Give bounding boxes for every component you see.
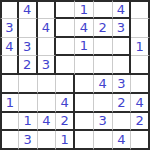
given-digit-r1c5[interactable]: 1 — [75, 0, 94, 19]
given-digit-r3c2[interactable]: 3 — [19, 38, 38, 57]
cell-r5c2[interactable] — [19, 75, 38, 94]
sudoku-board: 4143442343112343142414232314 — [0, 0, 150, 150]
cell-r4c7[interactable] — [113, 56, 132, 75]
given-digit-r2c7[interactable]: 3 — [113, 19, 132, 38]
cell-r4c5[interactable] — [75, 56, 94, 75]
cell-r5c8[interactable] — [131, 75, 150, 94]
cell-r6c2[interactable] — [19, 94, 38, 113]
cell-r3c3[interactable] — [38, 38, 57, 57]
cell-r5c1[interactable] — [0, 75, 19, 94]
cell-r4c8[interactable] — [131, 56, 150, 75]
given-digit-r1c7[interactable]: 4 — [113, 0, 132, 19]
given-digit-r2c1[interactable]: 3 — [0, 19, 19, 38]
given-digit-r3c8[interactable]: 1 — [131, 38, 150, 57]
cell-r3c4[interactable] — [56, 38, 75, 57]
cell-r7c5[interactable] — [75, 113, 94, 132]
cell-r8c6[interactable] — [94, 131, 113, 150]
cell-r5c3[interactable] — [38, 75, 57, 94]
given-digit-r4c3[interactable]: 3 — [38, 56, 57, 75]
cell-r8c8[interactable] — [131, 131, 150, 150]
given-digit-r6c7[interactable]: 2 — [113, 94, 132, 113]
given-digit-r7c3[interactable]: 4 — [38, 113, 57, 132]
cell-r4c1[interactable] — [0, 56, 19, 75]
given-digit-r3c1[interactable]: 4 — [0, 38, 19, 57]
cell-r6c5[interactable] — [75, 94, 94, 113]
given-digit-r8c4[interactable]: 1 — [56, 131, 75, 150]
given-digit-r8c2[interactable]: 3 — [19, 131, 38, 150]
given-digit-r7c6[interactable]: 3 — [94, 113, 113, 132]
cell-r1c3[interactable] — [38, 0, 57, 19]
cell-r2c2[interactable] — [19, 19, 38, 38]
cell-r5c4[interactable] — [56, 75, 75, 94]
given-digit-r2c3[interactable]: 4 — [38, 19, 57, 38]
cell-r2c4[interactable] — [56, 19, 75, 38]
given-digit-r2c6[interactable]: 2 — [94, 19, 113, 38]
cell-r8c1[interactable] — [0, 131, 19, 150]
given-digit-r1c2[interactable]: 4 — [19, 0, 38, 19]
cell-r1c6[interactable] — [94, 0, 113, 19]
given-digit-r2c5[interactable]: 4 — [75, 19, 94, 38]
given-digit-r6c8[interactable]: 4 — [131, 94, 150, 113]
cell-r1c4[interactable] — [56, 0, 75, 19]
cell-r3c6[interactable] — [94, 38, 113, 57]
given-digit-r7c2[interactable]: 1 — [19, 113, 38, 132]
given-digit-r5c7[interactable]: 3 — [113, 75, 132, 94]
cell-r5c5[interactable] — [75, 75, 94, 94]
cell-r6c3[interactable] — [38, 94, 57, 113]
cell-r1c1[interactable] — [0, 0, 19, 19]
given-digit-r3c5[interactable]: 1 — [75, 38, 94, 57]
given-digit-r4c2[interactable]: 2 — [19, 56, 38, 75]
cell-r6c6[interactable] — [94, 94, 113, 113]
cell-r1c8[interactable] — [131, 0, 150, 19]
cell-r4c6[interactable] — [94, 56, 113, 75]
given-digit-r6c4[interactable]: 4 — [56, 94, 75, 113]
given-digit-r8c7[interactable]: 4 — [113, 131, 132, 150]
given-digit-r5c6[interactable]: 4 — [94, 75, 113, 94]
cell-r2c8[interactable] — [131, 19, 150, 38]
cell-r8c5[interactable] — [75, 131, 94, 150]
given-digit-r7c4[interactable]: 2 — [56, 113, 75, 132]
cell-r7c7[interactable] — [113, 113, 132, 132]
cell-r7c1[interactable] — [0, 113, 19, 132]
given-digit-r7c8[interactable]: 2 — [131, 113, 150, 132]
cell-r8c3[interactable] — [38, 131, 57, 150]
cell-r3c7[interactable] — [113, 38, 132, 57]
cell-r4c4[interactable] — [56, 56, 75, 75]
given-digit-r6c1[interactable]: 1 — [0, 94, 19, 113]
